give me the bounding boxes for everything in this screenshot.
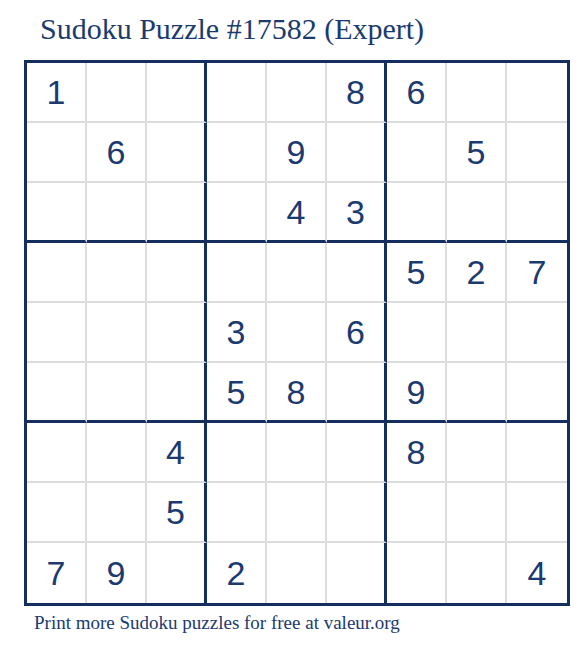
- cell-r5c2: [87, 303, 147, 363]
- cell-r3c6: 3: [327, 183, 387, 243]
- cell-r4c7: 5: [387, 243, 447, 303]
- cell-r8c7: [387, 483, 447, 543]
- cell-r3c7: [387, 183, 447, 243]
- cell-r5c5: [267, 303, 327, 363]
- cell-r9c6: [327, 543, 387, 603]
- cell-r8c6: [327, 483, 387, 543]
- cell-r5c6: 6: [327, 303, 387, 363]
- cell-r7c2: [87, 423, 147, 483]
- cell-r4c1: [27, 243, 87, 303]
- cell-r3c1: [27, 183, 87, 243]
- cell-r1c5: [267, 63, 327, 123]
- cell-r8c8: [447, 483, 507, 543]
- cell-r9c7: [387, 543, 447, 603]
- cell-r8c1: [27, 483, 87, 543]
- cell-r6c3: [147, 363, 207, 423]
- cell-r4c5: [267, 243, 327, 303]
- cell-r2c1: [27, 123, 87, 183]
- cell-r6c8: [447, 363, 507, 423]
- footer-text: Print more Sudoku puzzles for free at va…: [34, 612, 400, 634]
- cell-r3c9: [507, 183, 567, 243]
- cell-r1c7: 6: [387, 63, 447, 123]
- cell-r7c5: [267, 423, 327, 483]
- cell-r7c8: [447, 423, 507, 483]
- page-title: Sudoku Puzzle #17582 (Expert): [40, 12, 424, 46]
- cell-r4c6: [327, 243, 387, 303]
- cell-r8c5: [267, 483, 327, 543]
- cell-r4c3: [147, 243, 207, 303]
- cell-r6c4: 5: [207, 363, 267, 423]
- cell-r2c9: [507, 123, 567, 183]
- cell-r2c3: [147, 123, 207, 183]
- cell-r9c5: [267, 543, 327, 603]
- cell-r1c1: 1: [27, 63, 87, 123]
- cell-r6c1: [27, 363, 87, 423]
- cell-r2c2: 6: [87, 123, 147, 183]
- cell-r7c4: [207, 423, 267, 483]
- cell-r6c2: [87, 363, 147, 423]
- cell-r2c7: [387, 123, 447, 183]
- cell-r3c2: [87, 183, 147, 243]
- cell-r5c8: [447, 303, 507, 363]
- cell-r1c8: [447, 63, 507, 123]
- cell-r6c5: 8: [267, 363, 327, 423]
- cell-r9c3: [147, 543, 207, 603]
- cell-r3c3: [147, 183, 207, 243]
- cell-r3c4: [207, 183, 267, 243]
- cell-r5c3: [147, 303, 207, 363]
- cell-r9c2: 9: [87, 543, 147, 603]
- cell-r6c9: [507, 363, 567, 423]
- cell-r2c6: [327, 123, 387, 183]
- cell-r8c2: [87, 483, 147, 543]
- cell-r5c7: [387, 303, 447, 363]
- cell-r3c5: 4: [267, 183, 327, 243]
- cell-r2c8: 5: [447, 123, 507, 183]
- cell-r9c1: 7: [27, 543, 87, 603]
- cell-r4c4: [207, 243, 267, 303]
- cell-r2c4: [207, 123, 267, 183]
- cell-r4c9: 7: [507, 243, 567, 303]
- cell-r7c9: [507, 423, 567, 483]
- cell-r9c8: [447, 543, 507, 603]
- cell-r5c9: [507, 303, 567, 363]
- cell-r7c3: 4: [147, 423, 207, 483]
- cell-r7c1: [27, 423, 87, 483]
- cell-r5c4: 3: [207, 303, 267, 363]
- cell-r1c6: 8: [327, 63, 387, 123]
- cell-r8c3: 5: [147, 483, 207, 543]
- sudoku-board: 18669543527365894857924: [24, 60, 570, 606]
- cell-r6c7: 9: [387, 363, 447, 423]
- cell-r2c5: 9: [267, 123, 327, 183]
- cell-r4c8: 2: [447, 243, 507, 303]
- cell-r7c7: 8: [387, 423, 447, 483]
- cell-r9c4: 2: [207, 543, 267, 603]
- cell-r6c6: [327, 363, 387, 423]
- cell-r9c9: 4: [507, 543, 567, 603]
- cell-r1c3: [147, 63, 207, 123]
- cell-r8c4: [207, 483, 267, 543]
- cell-r5c1: [27, 303, 87, 363]
- cell-r3c8: [447, 183, 507, 243]
- cell-r1c4: [207, 63, 267, 123]
- cell-r1c2: [87, 63, 147, 123]
- cell-r4c2: [87, 243, 147, 303]
- cell-r7c6: [327, 423, 387, 483]
- cell-r1c9: [507, 63, 567, 123]
- cell-r8c9: [507, 483, 567, 543]
